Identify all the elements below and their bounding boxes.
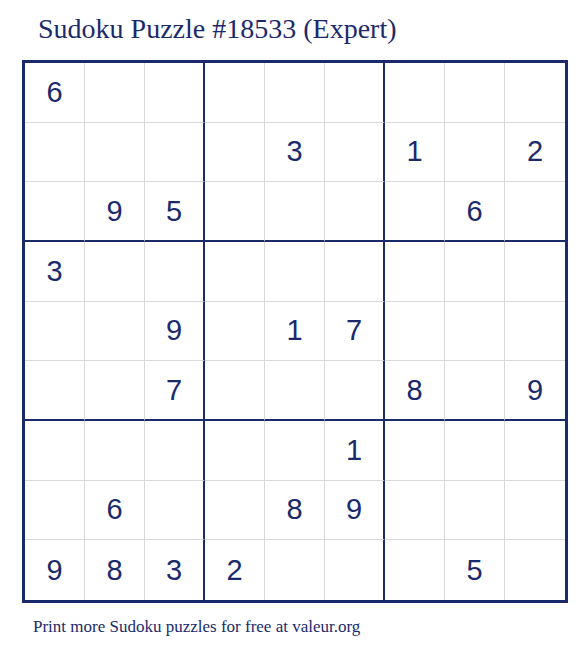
cell-r1c5	[265, 63, 325, 123]
cell-r2c6	[325, 123, 385, 183]
cell-r5c4	[205, 302, 265, 362]
cell-r6c9: 9	[505, 361, 565, 421]
cell-r6c6	[325, 361, 385, 421]
page: Sudoku Puzzle #18533 (Expert) 6312956391…	[0, 0, 580, 651]
cell-r2c8	[445, 123, 505, 183]
cell-r2c3	[145, 123, 205, 183]
cell-r3c2: 9	[85, 182, 145, 242]
cell-r1c9	[505, 63, 565, 123]
cell-r1c2	[85, 63, 145, 123]
cell-r5c7	[385, 302, 445, 362]
cell-r2c2	[85, 123, 145, 183]
cell-r3c9	[505, 182, 565, 242]
cell-r4c2	[85, 242, 145, 302]
cell-r4c1: 3	[25, 242, 85, 302]
cell-r2c4	[205, 123, 265, 183]
cell-r4c9	[505, 242, 565, 302]
cell-r6c2	[85, 361, 145, 421]
cell-r6c3: 7	[145, 361, 205, 421]
cell-r7c6: 1	[325, 421, 385, 481]
cell-r4c4	[205, 242, 265, 302]
cell-r7c9	[505, 421, 565, 481]
puzzle-title: Sudoku Puzzle #18533 (Expert)	[38, 11, 397, 47]
cell-r2c1	[25, 123, 85, 183]
cell-r1c6	[325, 63, 385, 123]
cell-r3c7	[385, 182, 445, 242]
cell-r1c4	[205, 63, 265, 123]
cell-r5c3: 9	[145, 302, 205, 362]
cell-r4c6	[325, 242, 385, 302]
cell-r2c9: 2	[505, 123, 565, 183]
cell-r3c1	[25, 182, 85, 242]
cell-r4c3	[145, 242, 205, 302]
cell-r3c3: 5	[145, 182, 205, 242]
cell-r9c3: 3	[145, 540, 205, 600]
cell-r5c6: 7	[325, 302, 385, 362]
cell-r7c5	[265, 421, 325, 481]
cell-r9c8: 5	[445, 540, 505, 600]
cell-r3c6	[325, 182, 385, 242]
cell-r6c1	[25, 361, 85, 421]
cell-r7c3	[145, 421, 205, 481]
cell-r8c2: 6	[85, 481, 145, 541]
cell-r6c5	[265, 361, 325, 421]
cell-r1c1: 6	[25, 63, 85, 123]
cell-r8c9	[505, 481, 565, 541]
cell-r8c7	[385, 481, 445, 541]
cell-r5c1	[25, 302, 85, 362]
cell-r9c2: 8	[85, 540, 145, 600]
cell-r6c4	[205, 361, 265, 421]
cell-r7c2	[85, 421, 145, 481]
cell-r5c9	[505, 302, 565, 362]
cell-r7c8	[445, 421, 505, 481]
cell-r9c6	[325, 540, 385, 600]
cell-r5c5: 1	[265, 302, 325, 362]
cell-r9c5	[265, 540, 325, 600]
cell-r1c8	[445, 63, 505, 123]
cell-r2c5: 3	[265, 123, 325, 183]
cell-r3c4	[205, 182, 265, 242]
cell-r9c7	[385, 540, 445, 600]
cell-r8c5: 8	[265, 481, 325, 541]
cell-r6c7: 8	[385, 361, 445, 421]
cell-r8c1	[25, 481, 85, 541]
cell-r5c8	[445, 302, 505, 362]
cell-r5c2	[85, 302, 145, 362]
sudoku-board: 63129563917789168998325	[22, 60, 568, 603]
cell-r4c5	[265, 242, 325, 302]
cell-r2c7: 1	[385, 123, 445, 183]
cell-r1c7	[385, 63, 445, 123]
cell-r7c1	[25, 421, 85, 481]
footer-text: Print more Sudoku puzzles for free at va…	[33, 616, 360, 638]
cell-r9c4: 2	[205, 540, 265, 600]
cell-r8c3	[145, 481, 205, 541]
cell-r8c8	[445, 481, 505, 541]
cell-r6c8	[445, 361, 505, 421]
cell-r9c1: 9	[25, 540, 85, 600]
cell-r3c5	[265, 182, 325, 242]
cell-r7c4	[205, 421, 265, 481]
cell-r9c9	[505, 540, 565, 600]
cell-r7c7	[385, 421, 445, 481]
cell-r4c7	[385, 242, 445, 302]
cell-r8c6: 9	[325, 481, 385, 541]
cell-r1c3	[145, 63, 205, 123]
cell-r8c4	[205, 481, 265, 541]
cell-r3c8: 6	[445, 182, 505, 242]
cell-r4c8	[445, 242, 505, 302]
